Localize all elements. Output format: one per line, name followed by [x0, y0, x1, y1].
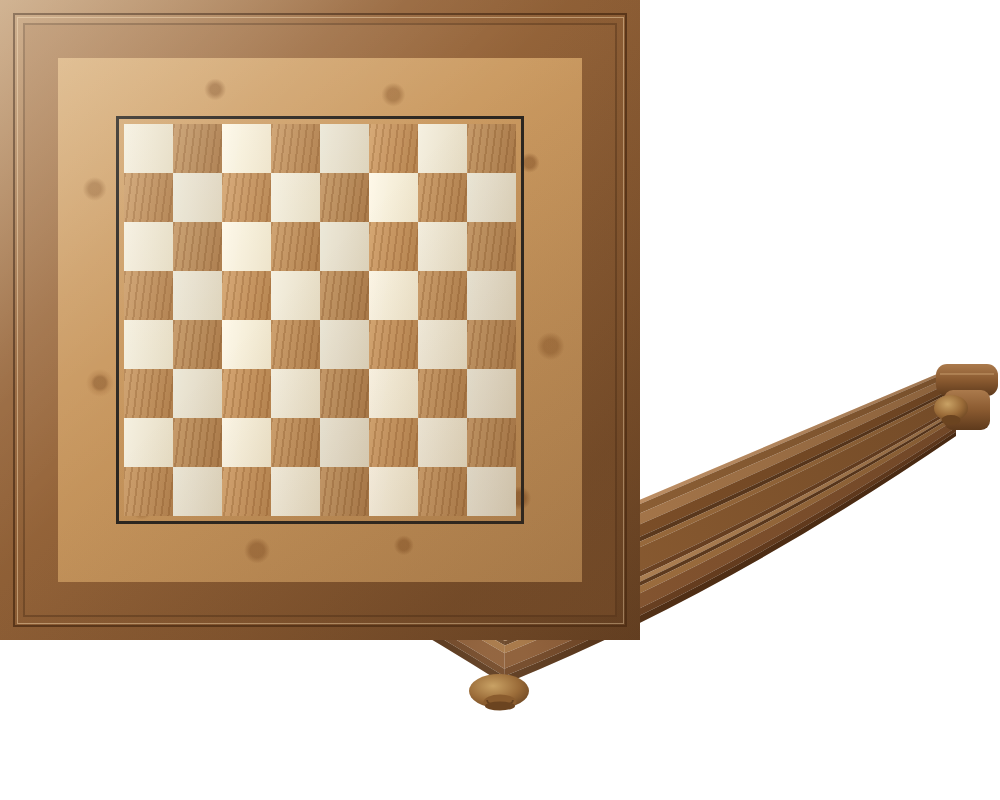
square-e6: [320, 222, 369, 271]
square-d5: [271, 271, 320, 320]
square-b8: [173, 124, 222, 173]
square-h8: [467, 124, 516, 173]
square-c4: [222, 320, 271, 369]
square-b6: [173, 222, 222, 271]
square-d3: [271, 369, 320, 418]
square-e2: [320, 418, 369, 467]
square-b1: [173, 467, 222, 516]
board-top: [0, 0, 640, 640]
square-g2: [418, 418, 467, 467]
square-a2: [124, 418, 173, 467]
square-d7: [271, 173, 320, 222]
square-d4: [271, 320, 320, 369]
square-b3: [173, 369, 222, 418]
square-a6: [124, 222, 173, 271]
square-b7: [173, 173, 222, 222]
square-c8: [222, 124, 271, 173]
square-f4: [369, 320, 418, 369]
square-a3: [124, 369, 173, 418]
square-h7: [467, 173, 516, 222]
square-g1: [418, 467, 467, 516]
square-f8: [369, 124, 418, 173]
bun-foot-center: [469, 674, 529, 711]
square-b4: [173, 320, 222, 369]
square-f2: [369, 418, 418, 467]
square-d8: [271, 124, 320, 173]
square-a7: [124, 173, 173, 222]
square-e5: [320, 271, 369, 320]
product-photo-stage: [0, 0, 1000, 800]
square-h2: [467, 418, 516, 467]
square-a5: [124, 271, 173, 320]
square-f7: [369, 173, 418, 222]
square-e3: [320, 369, 369, 418]
square-h5: [467, 271, 516, 320]
square-a8: [124, 124, 173, 173]
square-c2: [222, 418, 271, 467]
square-g5: [418, 271, 467, 320]
square-h3: [467, 369, 516, 418]
square-b5: [173, 271, 222, 320]
square-c6: [222, 222, 271, 271]
square-h1: [467, 467, 516, 516]
square-e7: [320, 173, 369, 222]
square-d6: [271, 222, 320, 271]
square-g7: [418, 173, 467, 222]
square-f3: [369, 369, 418, 418]
square-f1: [369, 467, 418, 516]
square-f6: [369, 222, 418, 271]
square-d1: [271, 467, 320, 516]
chess-board: [124, 124, 516, 516]
square-h4: [467, 320, 516, 369]
square-a1: [124, 467, 173, 516]
square-c5: [222, 271, 271, 320]
square-e4: [320, 320, 369, 369]
square-g6: [418, 222, 467, 271]
square-e8: [320, 124, 369, 173]
square-g4: [418, 320, 467, 369]
square-d2: [271, 418, 320, 467]
square-g8: [418, 124, 467, 173]
square-e1: [320, 467, 369, 516]
square-c7: [222, 173, 271, 222]
square-c1: [222, 467, 271, 516]
square-h6: [467, 222, 516, 271]
square-f5: [369, 271, 418, 320]
square-g3: [418, 369, 467, 418]
square-c3: [222, 369, 271, 418]
square-a4: [124, 320, 173, 369]
square-b2: [173, 418, 222, 467]
